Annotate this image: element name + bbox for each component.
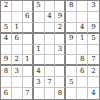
sudoku-cell-r7c8: 6 bbox=[77, 66, 88, 77]
sudoku-cell-r8c3[interactable] bbox=[23, 77, 34, 88]
sudoku-cell-r9c3: 7 bbox=[23, 88, 34, 99]
sudoku-cell-r3c4[interactable] bbox=[34, 23, 45, 34]
sudoku-cell-r7c3[interactable] bbox=[23, 66, 34, 77]
sudoku-cell-r6c2: 2 bbox=[12, 55, 23, 66]
sudoku-cell-r3c9: 9 bbox=[88, 23, 99, 34]
sudoku-cell-r5c3[interactable] bbox=[23, 45, 34, 56]
sudoku-cell-r5c2[interactable] bbox=[12, 45, 23, 56]
sudoku-cell-r7c2: 3 bbox=[12, 66, 23, 77]
sudoku-cell-r6c8: 8 bbox=[77, 55, 88, 66]
sudoku-cell-r6c6[interactable] bbox=[55, 55, 66, 66]
sudoku-cell-r6c5[interactable] bbox=[45, 55, 56, 66]
sudoku-cell-r1c8[interactable] bbox=[77, 1, 88, 12]
sudoku-cell-r4c9: 5 bbox=[88, 34, 99, 45]
sudoku-cell-r4c2: 6 bbox=[12, 34, 23, 45]
sudoku-cell-r9c7[interactable] bbox=[66, 88, 77, 99]
sudoku-cell-r5c9[interactable] bbox=[88, 45, 99, 56]
sudoku-cell-r1c3[interactable] bbox=[23, 1, 34, 12]
sudoku-cell-r2c1[interactable] bbox=[1, 12, 12, 23]
sudoku-cell-r9c2[interactable] bbox=[12, 88, 23, 99]
sudoku-cell-r8c5: 7 bbox=[45, 77, 56, 88]
sudoku-cell-r6c7[interactable] bbox=[66, 55, 77, 66]
sudoku-cell-r3c3[interactable] bbox=[23, 23, 34, 34]
sudoku-cell-r5c6: 3 bbox=[55, 45, 66, 56]
sudoku-cell-r6c3: 1 bbox=[23, 55, 34, 66]
sudoku-cell-r3c5[interactable] bbox=[45, 23, 56, 34]
sudoku-cell-r3c1: 5 bbox=[1, 23, 12, 34]
sudoku-cell-r7c1: 8 bbox=[1, 66, 12, 77]
sudoku-cell-r7c6[interactable] bbox=[55, 66, 66, 77]
sudoku-cell-r3c8: 4 bbox=[77, 23, 88, 34]
sudoku-cell-r8c9[interactable] bbox=[88, 77, 99, 88]
sudoku-cell-r4c8: 1 bbox=[77, 34, 88, 45]
sudoku-cell-r2c7[interactable] bbox=[66, 12, 77, 23]
sudoku-cell-r8c4: 3 bbox=[34, 77, 45, 88]
sudoku-cell-r6c1: 9 bbox=[1, 55, 12, 66]
sudoku-cell-r8c2[interactable] bbox=[12, 77, 23, 88]
sudoku-cell-r4c3[interactable] bbox=[23, 34, 34, 45]
sudoku-cell-r5c5[interactable] bbox=[45, 45, 56, 56]
sudoku-cell-r9c1: 6 bbox=[1, 88, 12, 99]
sudoku-cell-r4c1: 4 bbox=[1, 34, 12, 45]
sudoku-cell-r1c1: 2 bbox=[1, 1, 12, 12]
sudoku-cell-r2c8[interactable] bbox=[77, 12, 88, 23]
sudoku-cell-r1c5[interactable] bbox=[45, 1, 56, 12]
sudoku-cell-r3c7[interactable] bbox=[66, 23, 77, 34]
sudoku-cell-r7c9: 2 bbox=[88, 66, 99, 77]
sudoku-cell-r6c4[interactable] bbox=[34, 55, 45, 66]
sudoku-cell-r8c1[interactable] bbox=[1, 77, 12, 88]
sudoku-cell-r6c9: 7 bbox=[88, 55, 99, 66]
sudoku-cell-r2c3: 6 bbox=[23, 12, 34, 23]
sudoku-cell-r5c7[interactable] bbox=[66, 45, 77, 56]
sudoku-cell-r4c6[interactable] bbox=[55, 34, 66, 45]
sudoku-cell-r9c5[interactable] bbox=[45, 88, 56, 99]
sudoku-cell-r8c7: 5 bbox=[66, 77, 77, 88]
sudoku-cell-r5c8[interactable] bbox=[77, 45, 88, 56]
sudoku-cell-r3c6: 2 bbox=[55, 23, 66, 34]
sudoku-cell-r2c5: 4 bbox=[45, 12, 56, 23]
sudoku-cell-r9c9: 4 bbox=[88, 88, 99, 99]
sudoku-cell-r7c7[interactable] bbox=[66, 66, 77, 77]
sudoku-board: 258364951249469151392187834623756784 bbox=[0, 0, 100, 100]
sudoku-cell-r4c5[interactable] bbox=[45, 34, 56, 45]
sudoku-cell-r2c2[interactable] bbox=[12, 12, 23, 23]
sudoku-cell-r1c6[interactable] bbox=[55, 1, 66, 12]
sudoku-cell-r1c2[interactable] bbox=[12, 1, 23, 12]
sudoku-cell-r1c7: 8 bbox=[66, 1, 77, 12]
sudoku-cell-r2c9[interactable] bbox=[88, 12, 99, 23]
sudoku-cell-r2c4[interactable] bbox=[34, 12, 45, 23]
sudoku-cell-r4c7: 9 bbox=[66, 34, 77, 45]
sudoku-cell-r3c2: 1 bbox=[12, 23, 23, 34]
sudoku-cell-r1c4: 5 bbox=[34, 1, 45, 12]
sudoku-cell-r7c4: 4 bbox=[34, 66, 45, 77]
sudoku-cell-r5c1[interactable] bbox=[1, 45, 12, 56]
sudoku-cell-r9c4[interactable] bbox=[34, 88, 45, 99]
sudoku-cell-r4c4[interactable] bbox=[34, 34, 45, 45]
sudoku-cell-r5c4: 1 bbox=[34, 45, 45, 56]
sudoku-cell-r1c9: 3 bbox=[88, 1, 99, 12]
sudoku-cell-r7c5[interactable] bbox=[45, 66, 56, 77]
sudoku-cell-r8c6[interactable] bbox=[55, 77, 66, 88]
sudoku-cell-r2c6: 9 bbox=[55, 12, 66, 23]
sudoku-cell-r9c6: 8 bbox=[55, 88, 66, 99]
sudoku-cell-r9c8[interactable] bbox=[77, 88, 88, 99]
sudoku-cell-r8c8[interactable] bbox=[77, 77, 88, 88]
